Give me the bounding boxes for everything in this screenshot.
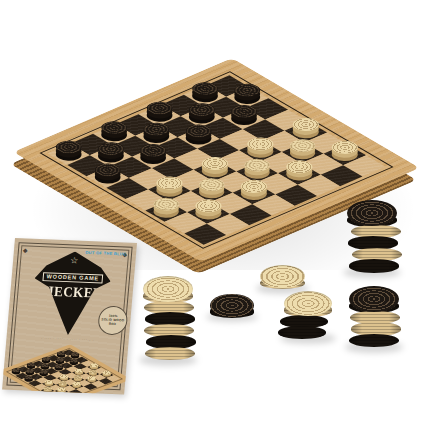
wood-checker-side (145, 347, 195, 361)
packaging-box: ◆ ◆ OUT OF THE BLUE ☆ WOODEN GAME CHECKE… (2, 238, 137, 394)
black-checker-side (349, 334, 399, 348)
black-checker-top (210, 294, 254, 317)
black-checker-side (278, 326, 326, 339)
stack-left (139, 276, 201, 379)
stack-tall-right (343, 200, 405, 292)
wood-checker (56, 389, 68, 395)
box-corner-ornament: ◆ (23, 247, 28, 253)
wood-checker (42, 388, 54, 394)
stack-far-right (345, 286, 407, 366)
black-checker-top (349, 286, 399, 312)
single-black (206, 294, 262, 335)
box-title-line1: WOODEN GAME (42, 272, 103, 283)
stack-mid (280, 291, 340, 357)
badge-line: BOX (99, 322, 126, 327)
wood-checker-top (284, 291, 332, 316)
wood-checker-top (143, 276, 193, 302)
product-photo-scene: ◆ ◆ OUT OF THE BLUE ☆ WOODEN GAME CHECKE… (0, 0, 423, 423)
black-checker-top (347, 200, 397, 226)
black-checker-side (349, 259, 399, 273)
